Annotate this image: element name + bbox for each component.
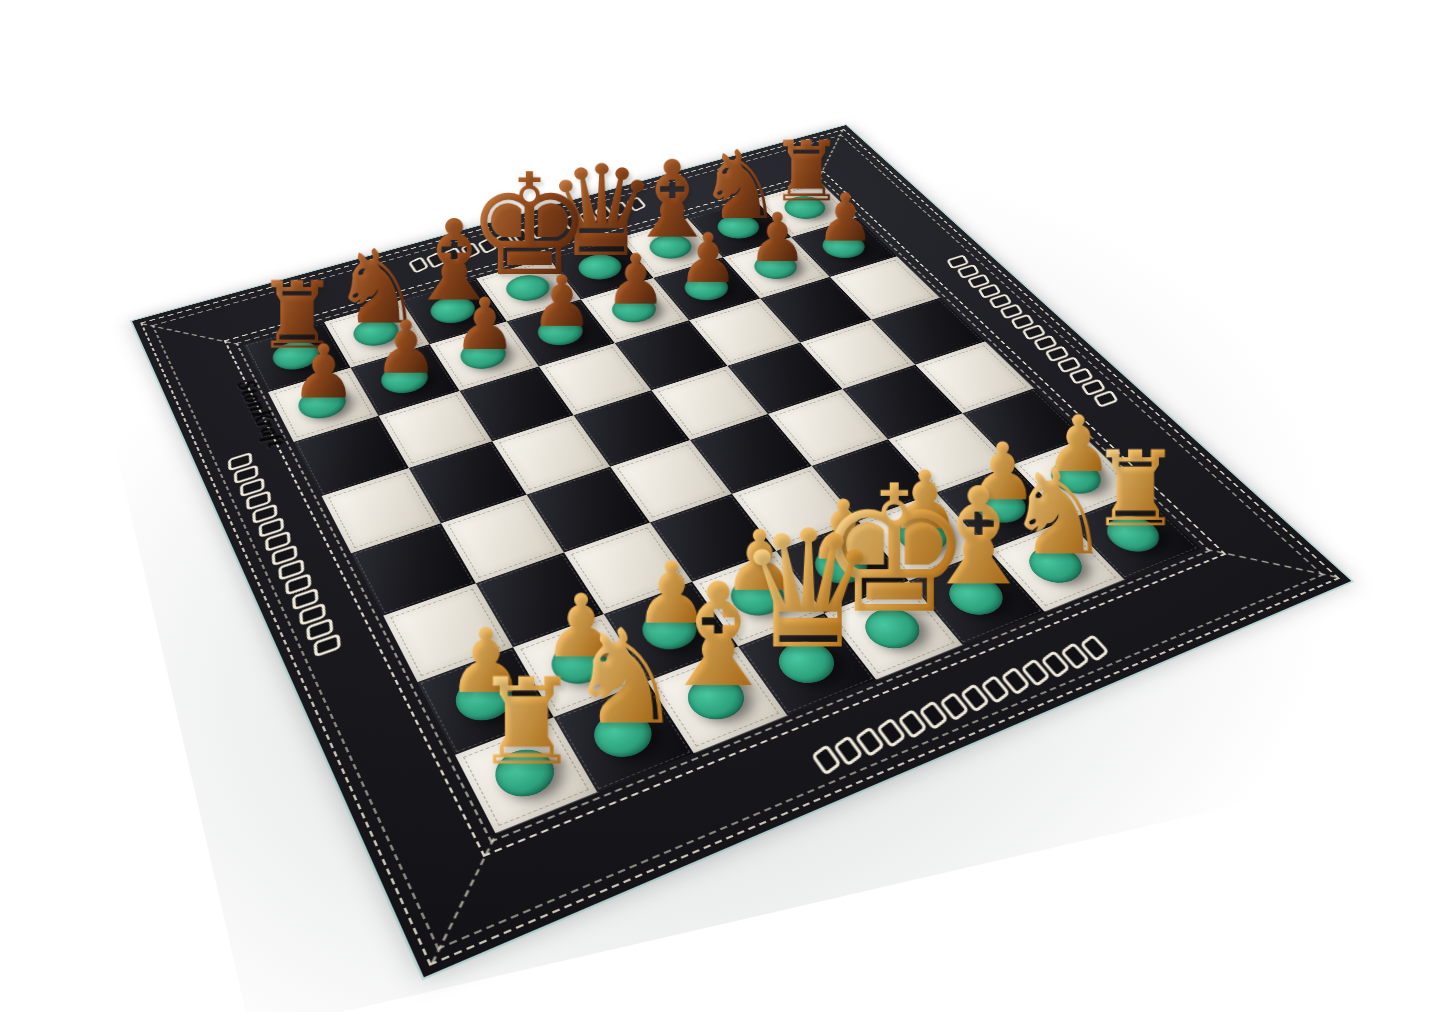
- chain-link: [313, 633, 341, 657]
- photo-scene: StonKraft ♜♞♝♚♛♝♞♜♟♟♟♟♟♟♟♟♟♟♟♟♟♟♟♟♜♞♝♛♚♝…: [0, 0, 1445, 1012]
- corner-seam: [1206, 548, 1337, 577]
- square-d5[interactable]: [573, 390, 690, 467]
- corner-seam: [431, 838, 495, 964]
- piece-glyph: ♜: [473, 667, 580, 777]
- chain-link: [946, 254, 969, 269]
- piece-stand: ♟: [236, 338, 412, 406]
- board-perspective-wrap: StonKraft ♜♞♝♚♛♝♞♜♟♟♟♟♟♟♟♟♟♟♟♟♟♟♟♟♜♞♝♛♚♝…: [240, 0, 1140, 890]
- chain-link: [1079, 634, 1109, 662]
- piece-stand: ♜: [417, 667, 637, 777]
- piece-glyph: ♟: [290, 338, 357, 406]
- chain-link: [833, 735, 864, 767]
- chain-stitch-motif-left: [226, 453, 344, 657]
- square-a5[interactable]: [321, 468, 440, 553]
- chain-link: [228, 452, 253, 472]
- chain-link: [1068, 367, 1094, 384]
- chain-link: [240, 477, 265, 497]
- chain-link: [1033, 335, 1058, 352]
